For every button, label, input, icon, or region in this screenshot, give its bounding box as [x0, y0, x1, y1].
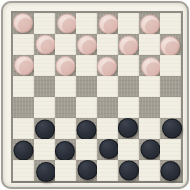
square-f5[interactable]	[118, 76, 139, 97]
pink-checker[interactable]	[96, 56, 116, 76]
square-e8[interactable]	[97, 13, 118, 34]
square-g4[interactable]	[139, 97, 160, 118]
square-f1[interactable]	[118, 160, 139, 181]
square-b4	[34, 97, 55, 118]
navy-checker[interactable]	[160, 161, 180, 181]
square-a1	[13, 160, 34, 181]
square-c1	[55, 160, 76, 181]
pink-checker[interactable]	[98, 14, 118, 34]
square-d6	[76, 55, 97, 76]
square-a5	[13, 76, 34, 97]
board-photo	[0, 0, 190, 190]
square-g7	[139, 34, 160, 55]
square-f2	[118, 139, 139, 160]
square-g3	[139, 118, 160, 139]
square-d8	[76, 13, 97, 34]
square-d2	[76, 139, 97, 160]
square-c3	[55, 118, 76, 139]
pink-checker[interactable]	[14, 55, 34, 75]
square-g6[interactable]	[139, 55, 160, 76]
square-d7[interactable]	[76, 34, 97, 55]
checkers-board	[1, 1, 189, 189]
navy-checker[interactable]	[76, 120, 96, 140]
square-c7	[55, 34, 76, 55]
square-h3[interactable]	[160, 118, 181, 139]
square-e6[interactable]	[97, 55, 118, 76]
navy-checker[interactable]	[99, 138, 119, 158]
square-d3[interactable]	[76, 118, 97, 139]
square-b2	[34, 139, 55, 160]
square-g5	[139, 76, 160, 97]
square-e7	[97, 34, 118, 55]
square-b7[interactable]	[34, 34, 55, 55]
square-a8[interactable]	[13, 13, 34, 34]
square-c2[interactable]	[55, 139, 76, 160]
square-g8[interactable]	[139, 13, 160, 34]
square-c5	[55, 76, 76, 97]
navy-checker[interactable]	[162, 118, 182, 138]
square-b3[interactable]	[34, 118, 55, 139]
square-b6	[34, 55, 55, 76]
square-b1[interactable]	[34, 160, 55, 181]
square-a4[interactable]	[13, 97, 34, 118]
square-g2[interactable]	[139, 139, 160, 160]
pink-checker[interactable]	[35, 34, 55, 54]
square-e2[interactable]	[97, 139, 118, 160]
square-e3	[97, 118, 118, 139]
navy-checker[interactable]	[117, 117, 137, 137]
square-e4[interactable]	[97, 97, 118, 118]
square-h7[interactable]	[160, 34, 181, 55]
pink-checker[interactable]	[159, 36, 179, 56]
square-c4[interactable]	[55, 97, 76, 118]
square-f7[interactable]	[118, 34, 139, 55]
square-b5[interactable]	[34, 76, 55, 97]
navy-checker[interactable]	[13, 140, 33, 160]
pink-checker[interactable]	[118, 35, 138, 55]
square-a6[interactable]	[13, 55, 34, 76]
square-h5[interactable]	[160, 76, 181, 97]
square-a2[interactable]	[13, 139, 34, 160]
square-d4	[76, 97, 97, 118]
square-c6[interactable]	[55, 55, 76, 76]
square-f6	[118, 55, 139, 76]
square-g1	[139, 160, 160, 181]
square-a7	[13, 34, 34, 55]
pink-checker[interactable]	[55, 56, 75, 76]
square-h1[interactable]	[160, 160, 181, 181]
square-d5[interactable]	[76, 76, 97, 97]
square-c8[interactable]	[55, 13, 76, 34]
square-e5	[97, 76, 118, 97]
square-f4	[118, 97, 139, 118]
square-h6	[160, 55, 181, 76]
square-f3[interactable]	[118, 118, 139, 139]
square-h4	[160, 97, 181, 118]
navy-checker[interactable]	[35, 119, 55, 139]
pink-checker[interactable]	[141, 57, 161, 77]
board-grid	[13, 13, 181, 181]
square-d1[interactable]	[76, 160, 97, 181]
pink-checker[interactable]	[57, 13, 77, 33]
square-e1	[97, 160, 118, 181]
navy-checker[interactable]	[140, 139, 160, 159]
square-h2	[160, 139, 181, 160]
pink-checker[interactable]	[140, 14, 160, 34]
pink-checker[interactable]	[77, 35, 97, 55]
navy-checker[interactable]	[54, 141, 74, 161]
navy-checker[interactable]	[77, 159, 97, 179]
square-b8	[34, 13, 55, 34]
pink-checker[interactable]	[12, 12, 32, 32]
navy-checker[interactable]	[36, 162, 56, 182]
square-f8	[118, 13, 139, 34]
square-h8	[160, 13, 181, 34]
square-a3	[13, 118, 34, 139]
navy-checker[interactable]	[119, 160, 139, 180]
